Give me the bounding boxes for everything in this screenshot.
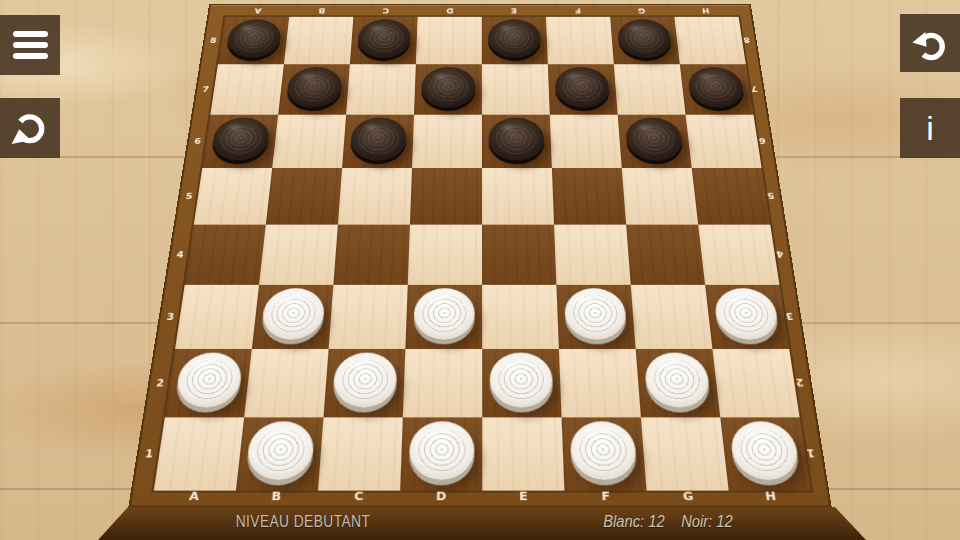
info-icon: i bbox=[926, 111, 934, 145]
square-a5[interactable] bbox=[194, 168, 272, 225]
black-count-label: Noir: 12 bbox=[681, 513, 733, 531]
white-man-b1[interactable] bbox=[245, 421, 315, 480]
square-b7[interactable] bbox=[278, 64, 350, 114]
white-man-a2[interactable] bbox=[174, 353, 244, 408]
square-g4[interactable] bbox=[626, 225, 705, 285]
piece-counters: Blanc: 12 Noir: 12 bbox=[604, 513, 733, 531]
square-c8[interactable] bbox=[350, 17, 418, 65]
file-label-bottom-a: A bbox=[152, 486, 237, 505]
square-c6[interactable] bbox=[342, 115, 414, 168]
square-e3[interactable] bbox=[482, 285, 559, 349]
board-apron: NIVEAU DEBUTANT Blanc: 12 Noir: 12 bbox=[98, 507, 866, 540]
file-label-bottom-d: D bbox=[400, 486, 483, 505]
undo-icon bbox=[907, 20, 953, 66]
black-man-e8[interactable] bbox=[488, 19, 541, 57]
square-g1[interactable] bbox=[641, 417, 729, 490]
square-f2[interactable] bbox=[559, 349, 641, 417]
white-man-f3[interactable] bbox=[564, 288, 628, 340]
file-label-top-c: C bbox=[353, 5, 418, 16]
square-e7[interactable] bbox=[482, 64, 550, 114]
file-label-bottom-e: E bbox=[482, 486, 565, 505]
restart-icon bbox=[7, 105, 53, 151]
black-man-g8[interactable] bbox=[617, 19, 673, 57]
square-c2[interactable] bbox=[323, 349, 405, 417]
white-man-g2[interactable] bbox=[643, 353, 711, 408]
square-b8[interactable] bbox=[284, 17, 354, 65]
white-count-label: Blanc: 12 bbox=[604, 513, 665, 531]
square-g7[interactable] bbox=[614, 64, 686, 114]
file-label-top-h: H bbox=[673, 5, 739, 16]
square-d1[interactable] bbox=[400, 417, 482, 490]
black-man-f7[interactable] bbox=[554, 67, 610, 107]
black-man-b7[interactable] bbox=[286, 67, 344, 107]
white-man-f1[interactable] bbox=[569, 421, 637, 480]
square-f4[interactable] bbox=[554, 225, 631, 285]
black-man-a8[interactable] bbox=[225, 19, 282, 57]
file-label-bottom-g: G bbox=[646, 486, 730, 505]
square-f6[interactable] bbox=[550, 115, 622, 168]
hamburger-icon bbox=[13, 31, 48, 59]
file-label-top-g: G bbox=[609, 5, 674, 16]
square-e4[interactable] bbox=[482, 225, 556, 285]
file-label-top-b: B bbox=[289, 5, 354, 16]
white-man-h3[interactable] bbox=[713, 288, 781, 340]
square-d8[interactable] bbox=[416, 17, 482, 65]
black-man-d7[interactable] bbox=[421, 67, 476, 107]
square-b4[interactable] bbox=[259, 225, 338, 285]
black-man-g6[interactable] bbox=[625, 118, 685, 161]
file-label-top-e: E bbox=[482, 5, 546, 16]
square-f1[interactable] bbox=[562, 417, 647, 490]
restart-button[interactable] bbox=[0, 98, 60, 158]
square-g8[interactable] bbox=[610, 17, 680, 65]
square-d4[interactable] bbox=[408, 225, 482, 285]
square-a2[interactable] bbox=[165, 349, 252, 417]
white-man-e2[interactable] bbox=[490, 353, 554, 408]
info-button[interactable]: i bbox=[900, 98, 960, 158]
square-d2[interactable] bbox=[403, 349, 482, 417]
square-c1[interactable] bbox=[318, 417, 403, 490]
square-e8[interactable] bbox=[482, 17, 548, 65]
white-man-h1[interactable] bbox=[728, 421, 801, 480]
file-labels-top: ABCDEFGH bbox=[225, 5, 739, 16]
square-b2[interactable] bbox=[244, 349, 328, 417]
square-c4[interactable] bbox=[333, 225, 410, 285]
square-b5[interactable] bbox=[266, 168, 342, 225]
square-c3[interactable] bbox=[329, 285, 408, 349]
file-label-top-a: A bbox=[225, 5, 290, 16]
board-grid bbox=[154, 17, 811, 491]
square-a8[interactable] bbox=[218, 17, 289, 65]
white-man-c2[interactable] bbox=[332, 353, 398, 408]
white-man-d3[interactable] bbox=[413, 288, 475, 340]
square-e2[interactable] bbox=[482, 349, 561, 417]
square-g2[interactable] bbox=[636, 349, 721, 417]
square-b1[interactable] bbox=[236, 417, 324, 490]
square-e6[interactable] bbox=[482, 115, 552, 168]
undo-button[interactable] bbox=[900, 14, 960, 72]
black-man-h7[interactable] bbox=[687, 67, 746, 107]
square-d6[interactable] bbox=[412, 115, 482, 168]
square-d5[interactable] bbox=[410, 168, 482, 225]
square-a4[interactable] bbox=[185, 225, 266, 285]
file-label-bottom-c: C bbox=[317, 486, 400, 505]
black-man-c8[interactable] bbox=[357, 19, 412, 57]
square-f8[interactable] bbox=[546, 17, 614, 65]
file-label-top-d: D bbox=[418, 5, 482, 16]
square-f5[interactable] bbox=[552, 168, 626, 225]
black-man-e6[interactable] bbox=[489, 118, 545, 161]
white-man-d1[interactable] bbox=[408, 421, 474, 480]
square-d7[interactable] bbox=[414, 64, 482, 114]
black-man-a6[interactable] bbox=[210, 118, 271, 161]
black-man-c6[interactable] bbox=[349, 118, 407, 161]
square-a3[interactable] bbox=[175, 285, 259, 349]
square-g5[interactable] bbox=[622, 168, 698, 225]
white-man-b3[interactable] bbox=[260, 288, 326, 340]
square-b6[interactable] bbox=[272, 115, 346, 168]
square-c7[interactable] bbox=[346, 64, 416, 114]
file-label-bottom-h: H bbox=[728, 486, 813, 505]
square-f7[interactable] bbox=[548, 64, 618, 114]
square-g6[interactable] bbox=[618, 115, 692, 168]
square-a7[interactable] bbox=[210, 64, 284, 114]
square-e5[interactable] bbox=[482, 168, 554, 225]
file-labels-bottom: ABCDEFGH bbox=[152, 486, 814, 505]
file-label-top-f: F bbox=[546, 5, 611, 16]
file-label-bottom-f: F bbox=[564, 486, 647, 505]
level-label: NIVEAU DEBUTANT bbox=[217, 513, 389, 531]
square-b3[interactable] bbox=[252, 285, 334, 349]
square-e1[interactable] bbox=[482, 417, 564, 490]
square-g3[interactable] bbox=[631, 285, 713, 349]
square-a6[interactable] bbox=[202, 115, 278, 168]
game-stage: ABCDEFGH ABCDEFGH 87654321 87654321 NIVE… bbox=[0, 0, 960, 540]
checkers-board: ABCDEFGH ABCDEFGH 87654321 87654321 bbox=[128, 4, 832, 508]
file-label-bottom-b: B bbox=[234, 486, 318, 505]
square-f3[interactable] bbox=[556, 285, 635, 349]
square-d3[interactable] bbox=[405, 285, 482, 349]
menu-button[interactable] bbox=[0, 15, 60, 75]
square-c5[interactable] bbox=[338, 168, 412, 225]
square-a1[interactable] bbox=[154, 417, 244, 490]
